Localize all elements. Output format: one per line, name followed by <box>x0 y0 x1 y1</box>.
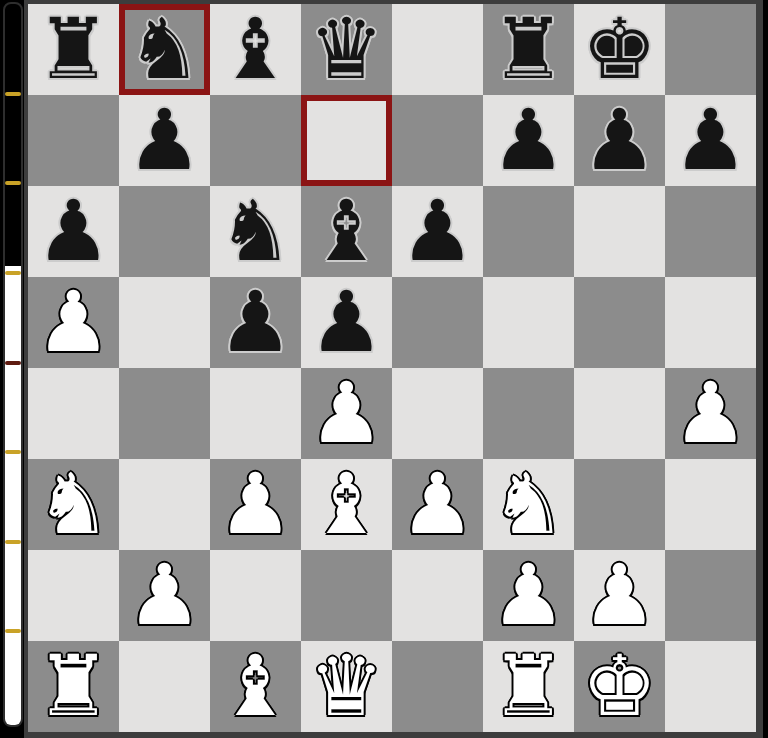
square-d4[interactable]: ♟ <box>301 368 392 459</box>
eval-bar-tick <box>5 540 21 544</box>
square-b6[interactable] <box>119 186 210 277</box>
square-d7[interactable] <box>301 95 392 186</box>
square-g2[interactable]: ♟ <box>574 550 665 641</box>
square-c6[interactable]: ♞ <box>210 186 301 277</box>
evaluation-bar <box>3 2 23 727</box>
white-pawn-piece[interactable]: ♟ <box>218 459 293 550</box>
square-d2[interactable] <box>301 550 392 641</box>
white-pawn-piece[interactable]: ♟ <box>36 277 111 368</box>
black-king-piece[interactable]: ♚ <box>582 4 657 95</box>
square-c5[interactable]: ♟ <box>210 277 301 368</box>
square-b3[interactable] <box>119 459 210 550</box>
square-b1[interactable] <box>119 641 210 732</box>
square-e5[interactable] <box>392 277 483 368</box>
eval-bar-center-tick <box>5 361 21 365</box>
black-pawn-piece[interactable]: ♟ <box>491 95 566 186</box>
square-h8[interactable] <box>665 4 756 95</box>
square-g4[interactable] <box>574 368 665 459</box>
square-c2[interactable] <box>210 550 301 641</box>
white-pawn-piece[interactable]: ♟ <box>309 368 384 459</box>
eval-bar-tick <box>5 629 21 633</box>
white-knight-piece[interactable]: ♞ <box>491 459 566 550</box>
square-a1[interactable]: ♜ <box>28 641 119 732</box>
black-bishop-piece[interactable]: ♝ <box>218 4 293 95</box>
white-king-piece[interactable]: ♚ <box>582 641 657 732</box>
square-c7[interactable] <box>210 95 301 186</box>
square-b2[interactable]: ♟ <box>119 550 210 641</box>
square-d6[interactable]: ♝ <box>301 186 392 277</box>
square-f1[interactable]: ♜ <box>483 641 574 732</box>
black-pawn-piece[interactable]: ♟ <box>309 277 384 368</box>
black-pawn-piece[interactable]: ♟ <box>582 95 657 186</box>
eval-bar-tick <box>5 450 21 454</box>
square-c3[interactable]: ♟ <box>210 459 301 550</box>
square-f2[interactable]: ♟ <box>483 550 574 641</box>
white-queen-piece[interactable]: ♛ <box>309 641 384 732</box>
black-queen-piece[interactable]: ♛ <box>309 4 384 95</box>
square-e1[interactable] <box>392 641 483 732</box>
square-h1[interactable] <box>665 641 756 732</box>
square-f3[interactable]: ♞ <box>483 459 574 550</box>
square-e2[interactable] <box>392 550 483 641</box>
square-c4[interactable] <box>210 368 301 459</box>
square-d5[interactable]: ♟ <box>301 277 392 368</box>
square-f8[interactable]: ♜ <box>483 4 574 95</box>
square-a7[interactable] <box>28 95 119 186</box>
square-h7[interactable]: ♟ <box>665 95 756 186</box>
square-h4[interactable]: ♟ <box>665 368 756 459</box>
square-b5[interactable] <box>119 277 210 368</box>
chess-board[interactable]: ♜♞♝♛♜♚♟♟♟♟♟♞♝♟♟♟♟♟♟♞♟♝♟♞♟♟♟♜♝♛♜♚ <box>28 4 756 732</box>
black-knight-piece[interactable]: ♞ <box>218 186 293 277</box>
square-a5[interactable]: ♟ <box>28 277 119 368</box>
square-h2[interactable] <box>665 550 756 641</box>
black-rook-piece[interactable]: ♜ <box>491 4 566 95</box>
square-c8[interactable]: ♝ <box>210 4 301 95</box>
white-bishop-piece[interactable]: ♝ <box>309 459 384 550</box>
square-e6[interactable]: ♟ <box>392 186 483 277</box>
square-d3[interactable]: ♝ <box>301 459 392 550</box>
eval-bar-tick <box>5 271 21 275</box>
white-pawn-piece[interactable]: ♟ <box>582 550 657 641</box>
square-a8[interactable]: ♜ <box>28 4 119 95</box>
white-rook-piece[interactable]: ♜ <box>491 641 566 732</box>
square-g5[interactable] <box>574 277 665 368</box>
square-d8[interactable]: ♛ <box>301 4 392 95</box>
white-pawn-piece[interactable]: ♟ <box>491 550 566 641</box>
square-a3[interactable]: ♞ <box>28 459 119 550</box>
eval-bar-tick <box>5 181 21 185</box>
square-e8[interactable] <box>392 4 483 95</box>
white-pawn-piece[interactable]: ♟ <box>127 550 202 641</box>
square-f7[interactable]: ♟ <box>483 95 574 186</box>
square-h3[interactable] <box>665 459 756 550</box>
square-f5[interactable] <box>483 277 574 368</box>
square-b4[interactable] <box>119 368 210 459</box>
black-rook-piece[interactable]: ♜ <box>36 4 111 95</box>
white-bishop-piece[interactable]: ♝ <box>218 641 293 732</box>
square-c1[interactable]: ♝ <box>210 641 301 732</box>
square-h5[interactable] <box>665 277 756 368</box>
square-d1[interactable]: ♛ <box>301 641 392 732</box>
black-pawn-piece[interactable]: ♟ <box>127 95 202 186</box>
black-pawn-piece[interactable]: ♟ <box>400 186 475 277</box>
square-g7[interactable]: ♟ <box>574 95 665 186</box>
square-a4[interactable] <box>28 368 119 459</box>
eval-bar-tick <box>5 92 21 96</box>
square-g8[interactable]: ♚ <box>574 4 665 95</box>
white-knight-piece[interactable]: ♞ <box>36 459 111 550</box>
square-e3[interactable]: ♟ <box>392 459 483 550</box>
square-e7[interactable] <box>392 95 483 186</box>
square-b7[interactable]: ♟ <box>119 95 210 186</box>
black-pawn-piece[interactable]: ♟ <box>673 95 748 186</box>
square-f6[interactable] <box>483 186 574 277</box>
black-pawn-piece[interactable]: ♟ <box>36 186 111 277</box>
white-rook-piece[interactable]: ♜ <box>36 641 111 732</box>
eval-bar-white-section <box>5 266 21 725</box>
chess-app-screenshot: ♜♞♝♛♜♚♟♟♟♟♟♞♝♟♟♟♟♟♟♞♟♝♟♞♟♟♟♜♝♛♜♚ <box>0 0 768 738</box>
square-g1[interactable]: ♚ <box>574 641 665 732</box>
square-f4[interactable] <box>483 368 574 459</box>
black-knight-piece[interactable]: ♞ <box>127 4 202 95</box>
square-a2[interactable] <box>28 550 119 641</box>
square-g3[interactable] <box>574 459 665 550</box>
square-g6[interactable] <box>574 186 665 277</box>
square-e4[interactable] <box>392 368 483 459</box>
white-pawn-piece[interactable]: ♟ <box>400 459 475 550</box>
square-h6[interactable] <box>665 186 756 277</box>
white-pawn-piece[interactable]: ♟ <box>673 368 748 459</box>
square-a6[interactable]: ♟ <box>28 186 119 277</box>
black-pawn-piece[interactable]: ♟ <box>218 277 293 368</box>
black-bishop-piece[interactable]: ♝ <box>309 186 384 277</box>
square-b8[interactable]: ♞ <box>119 4 210 95</box>
